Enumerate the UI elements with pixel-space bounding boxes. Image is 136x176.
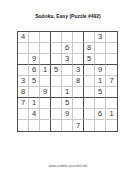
cell-r5c4: [51, 76, 62, 87]
cell-r4c7: [84, 65, 95, 76]
cell-r1c9: [106, 32, 117, 43]
cell-r3c5: 3: [62, 54, 73, 65]
cell-r5c6: 8: [73, 76, 84, 87]
cell-r2c7: 8: [84, 43, 95, 54]
cell-r3c1: [18, 54, 29, 65]
cell-r1c4: [51, 32, 62, 43]
cell-r9c8: [95, 120, 106, 131]
cell-r7c4: [51, 98, 62, 109]
cell-r1c7: [84, 32, 95, 43]
cell-r1c5: [62, 32, 73, 43]
cell-r6c4: [51, 87, 62, 98]
cell-r8c8: 6: [95, 109, 106, 120]
cell-r3c9: [106, 54, 117, 65]
cell-r7c2: 1: [29, 98, 40, 109]
cell-r3c2: 9: [29, 54, 40, 65]
cell-r2c4: [51, 43, 62, 54]
cell-r4c8: 9: [95, 65, 106, 76]
cell-r2c2: [29, 43, 40, 54]
cell-r5c7: [84, 76, 95, 87]
cell-r7c5: 5: [62, 98, 73, 109]
cell-r9c3: [40, 120, 51, 131]
cell-r3c3: [40, 54, 51, 65]
cell-r6c1: 8: [18, 87, 29, 98]
cell-r1c1: 4: [18, 32, 29, 43]
cell-r8c9: 1: [106, 109, 117, 120]
cell-r7c6: [73, 98, 84, 109]
cell-r9c7: [84, 120, 95, 131]
cell-r6c5: 1: [62, 87, 73, 98]
cell-r1c3: [40, 32, 51, 43]
cell-r9c4: [51, 120, 62, 131]
cell-r2c1: [18, 43, 29, 54]
cell-r7c8: [95, 98, 106, 109]
footer-url: www.sudoku-puzzles.net: [0, 164, 136, 168]
cell-r9c5: [62, 120, 73, 131]
cell-r4c1: [18, 65, 29, 76]
cell-r6c2: [29, 87, 40, 98]
cell-r8c1: [18, 109, 29, 120]
cell-r2c3: [40, 43, 51, 54]
cell-r8c3: [40, 109, 51, 120]
cell-r3c4: [51, 54, 62, 65]
cell-r7c3: [40, 98, 51, 109]
cell-r6c8: 5: [95, 87, 106, 98]
cell-r8c2: 4: [29, 109, 40, 120]
cell-r1c6: [73, 32, 84, 43]
cell-r5c5: [62, 76, 73, 87]
cell-r7c1: 7: [18, 98, 29, 109]
cell-r1c8: 3: [95, 32, 106, 43]
cell-r7c7: [84, 98, 95, 109]
cell-r4c9: [106, 65, 117, 76]
cell-r3c8: [95, 54, 106, 65]
page-title: Sudoku, Easy (Puzzle #492): [0, 13, 136, 19]
cell-r3c7: 5: [84, 54, 95, 65]
cell-r5c1: 3: [18, 76, 29, 87]
cell-r5c9: 7: [106, 76, 117, 87]
cell-r9c6: 7: [73, 120, 84, 131]
cell-r2c6: [73, 43, 84, 54]
cell-r6c9: [106, 87, 117, 98]
cell-r9c2: [29, 120, 40, 131]
cell-r4c2: 6: [29, 65, 40, 76]
cell-r4c5: [62, 65, 73, 76]
cell-r6c7: [84, 87, 95, 98]
cell-r5c2: 5: [29, 76, 40, 87]
cell-r2c5: 6: [62, 43, 73, 54]
cell-r4c3: 1: [40, 65, 51, 76]
cell-r9c1: [18, 120, 29, 131]
cell-r5c3: [40, 76, 51, 87]
cell-r5c8: 1: [95, 76, 106, 87]
cell-r8c7: [84, 109, 95, 120]
cell-r7c9: [106, 98, 117, 109]
cell-r8c5: 9: [62, 109, 73, 120]
cell-r6c6: [73, 87, 84, 98]
cell-r8c6: [73, 109, 84, 120]
cell-r2c9: [106, 43, 117, 54]
cell-r3c6: [73, 54, 84, 65]
cell-r1c2: [29, 32, 40, 43]
cell-r2c8: [95, 43, 106, 54]
cell-r4c4: 5: [51, 65, 62, 76]
sudoku-board: 43689356153935817891571549617: [17, 31, 118, 132]
cell-r8c4: [51, 109, 62, 120]
cell-r6c3: 9: [40, 87, 51, 98]
printable-sudoku-page: Sudoku, Easy (Puzzle #492) 4368935615393…: [0, 0, 136, 176]
cell-r4c6: 3: [73, 65, 84, 76]
cell-r9c9: [106, 120, 117, 131]
